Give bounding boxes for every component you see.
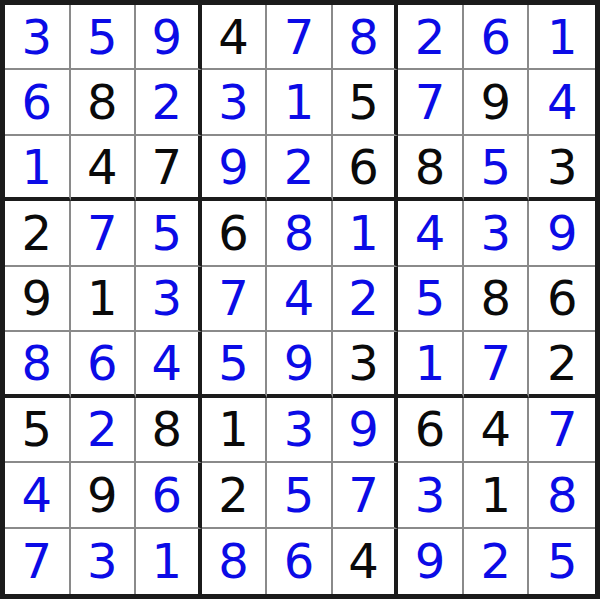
cell-digit: 9 <box>152 13 183 61</box>
cell-r7c7[interactable]: 6 <box>398 398 464 463</box>
cell-digit: 3 <box>284 405 315 453</box>
cell-r1c6[interactable]: 8 <box>333 5 399 70</box>
cell-r1c2[interactable]: 5 <box>71 5 137 70</box>
cell-digit: 1 <box>284 78 315 126</box>
cell-digit: 7 <box>284 13 315 61</box>
cell-r9c8[interactable]: 2 <box>464 529 530 594</box>
cell-digit: 6 <box>284 537 315 585</box>
cell-digit: 8 <box>22 339 53 387</box>
cell-r5c1[interactable]: 9 <box>5 267 71 332</box>
cell-digit: 4 <box>87 143 118 191</box>
cell-digit: 4 <box>415 209 446 257</box>
cell-r6c6[interactable]: 3 <box>333 332 399 397</box>
cell-r9c7[interactable]: 9 <box>398 529 464 594</box>
cell-r4c3[interactable]: 5 <box>136 201 202 266</box>
cell-r8c5[interactable]: 5 <box>267 463 333 528</box>
cell-digit: 9 <box>87 471 118 519</box>
cell-digit: 7 <box>22 537 53 585</box>
cell-r2c2[interactable]: 8 <box>71 70 137 135</box>
cell-digit: 6 <box>480 13 511 61</box>
cell-r1c1[interactable]: 3 <box>5 5 71 70</box>
cell-r3c3[interactable]: 7 <box>136 136 202 201</box>
cell-digit: 4 <box>218 13 249 61</box>
cell-digit: 7 <box>348 471 379 519</box>
cell-digit: 9 <box>547 209 578 257</box>
cell-r7c4[interactable]: 1 <box>202 398 268 463</box>
cell-digit: 8 <box>415 143 446 191</box>
cell-digit: 5 <box>480 143 511 191</box>
cell-r7c1[interactable]: 5 <box>5 398 71 463</box>
cell-digit: 2 <box>547 339 578 387</box>
cell-digit: 4 <box>480 405 511 453</box>
cell-digit: 4 <box>348 537 379 585</box>
cell-digit: 8 <box>480 274 511 322</box>
cell-r7c2[interactable]: 2 <box>71 398 137 463</box>
cell-r6c4[interactable]: 5 <box>202 332 268 397</box>
cell-r5c7[interactable]: 5 <box>398 267 464 332</box>
cell-digit: 7 <box>547 405 578 453</box>
cell-r2c6[interactable]: 5 <box>333 70 399 135</box>
cell-r7c3[interactable]: 8 <box>136 398 202 463</box>
cell-digit: 3 <box>415 471 446 519</box>
cell-r5c8[interactable]: 8 <box>464 267 530 332</box>
cell-digit: 1 <box>218 405 249 453</box>
cell-digit: 6 <box>22 78 53 126</box>
cell-digit: 1 <box>87 274 118 322</box>
cell-r3c9[interactable]: 3 <box>529 136 595 201</box>
cell-digit: 4 <box>152 339 183 387</box>
cell-digit: 7 <box>218 274 249 322</box>
cell-digit: 7 <box>152 143 183 191</box>
cell-r9c6[interactable]: 4 <box>333 529 399 594</box>
cell-digit: 3 <box>348 339 379 387</box>
cell-r8c2[interactable]: 9 <box>71 463 137 528</box>
cell-r2c5[interactable]: 1 <box>267 70 333 135</box>
cell-r6c1[interactable]: 8 <box>5 332 71 397</box>
cell-digit: 9 <box>218 143 249 191</box>
cell-digit: 7 <box>87 209 118 257</box>
cell-r5c5[interactable]: 4 <box>267 267 333 332</box>
cell-digit: 2 <box>480 537 511 585</box>
cell-r4c8[interactable]: 3 <box>464 201 530 266</box>
cell-digit: 5 <box>284 471 315 519</box>
cell-r2c7[interactable]: 7 <box>398 70 464 135</box>
cell-digit: 6 <box>547 274 578 322</box>
cell-r1c9[interactable]: 1 <box>529 5 595 70</box>
cell-r6c8[interactable]: 7 <box>464 332 530 397</box>
cell-r6c7[interactable]: 1 <box>398 332 464 397</box>
cell-digit: 2 <box>284 143 315 191</box>
cell-r9c9[interactable]: 5 <box>529 529 595 594</box>
cell-r6c9[interactable]: 2 <box>529 332 595 397</box>
cell-r1c5[interactable]: 7 <box>267 5 333 70</box>
cell-digit: 1 <box>348 209 379 257</box>
cell-r6c5[interactable]: 9 <box>267 332 333 397</box>
cell-digit: 6 <box>87 339 118 387</box>
cell-digit: 8 <box>87 78 118 126</box>
cell-r7c6[interactable]: 9 <box>333 398 399 463</box>
cell-r7c8[interactable]: 4 <box>464 398 530 463</box>
cell-r1c4[interactable]: 4 <box>202 5 268 70</box>
cell-r4c7[interactable]: 4 <box>398 201 464 266</box>
cell-digit: 1 <box>152 537 183 585</box>
cell-digit: 2 <box>415 13 446 61</box>
cell-r8c6[interactable]: 7 <box>333 463 399 528</box>
cell-digit: 3 <box>152 274 183 322</box>
cell-r8c3[interactable]: 6 <box>136 463 202 528</box>
cell-r1c8[interactable]: 6 <box>464 5 530 70</box>
sudoku-board: 3594782616823157941479268532756814399137… <box>0 0 600 599</box>
cell-r4c2[interactable]: 7 <box>71 201 137 266</box>
cell-r4c6[interactable]: 1 <box>333 201 399 266</box>
cell-digit: 5 <box>87 13 118 61</box>
cell-r8c1[interactable]: 4 <box>5 463 71 528</box>
cell-r2c9[interactable]: 4 <box>529 70 595 135</box>
cell-r3c8[interactable]: 5 <box>464 136 530 201</box>
cell-digit: 6 <box>348 143 379 191</box>
cell-r9c3[interactable]: 1 <box>136 529 202 594</box>
cell-digit: 2 <box>152 78 183 126</box>
cell-r1c3[interactable]: 9 <box>136 5 202 70</box>
cell-r3c2[interactable]: 4 <box>71 136 137 201</box>
cell-digit: 8 <box>348 13 379 61</box>
cell-r2c1[interactable]: 6 <box>5 70 71 135</box>
cell-digit: 2 <box>218 471 249 519</box>
cell-digit: 6 <box>152 471 183 519</box>
cell-r5c9[interactable]: 6 <box>529 267 595 332</box>
cell-digit: 1 <box>22 143 53 191</box>
cell-digit: 8 <box>284 209 315 257</box>
cell-digit: 9 <box>415 537 446 585</box>
cell-digit: 5 <box>152 209 183 257</box>
cell-r5c4[interactable]: 7 <box>202 267 268 332</box>
cell-digit: 6 <box>415 405 446 453</box>
cell-r8c4[interactable]: 2 <box>202 463 268 528</box>
cell-r3c7[interactable]: 8 <box>398 136 464 201</box>
cell-digit: 5 <box>348 78 379 126</box>
cell-r6c3[interactable]: 4 <box>136 332 202 397</box>
cell-digit: 5 <box>218 339 249 387</box>
cell-r9c2[interactable]: 3 <box>71 529 137 594</box>
cell-digit: 2 <box>22 209 53 257</box>
cell-digit: 7 <box>415 78 446 126</box>
cell-digit: 1 <box>480 471 511 519</box>
cell-digit: 8 <box>547 471 578 519</box>
cell-r8c9[interactable]: 8 <box>529 463 595 528</box>
cell-digit: 1 <box>415 339 446 387</box>
cell-r7c9[interactable]: 7 <box>529 398 595 463</box>
cell-r2c4[interactable]: 3 <box>202 70 268 135</box>
cell-r4c9[interactable]: 9 <box>529 201 595 266</box>
cell-digit: 9 <box>284 339 315 387</box>
cell-digit: 9 <box>348 405 379 453</box>
cell-digit: 4 <box>22 471 53 519</box>
cell-digit: 5 <box>415 274 446 322</box>
cell-digit: 2 <box>348 274 379 322</box>
cell-r5c6[interactable]: 2 <box>333 267 399 332</box>
cell-digit: 9 <box>22 274 53 322</box>
cell-digit: 3 <box>547 143 578 191</box>
cell-r8c8[interactable]: 1 <box>464 463 530 528</box>
cell-digit: 5 <box>22 405 53 453</box>
cell-r4c1[interactable]: 2 <box>5 201 71 266</box>
cell-r3c1[interactable]: 1 <box>5 136 71 201</box>
cell-r2c8[interactable]: 9 <box>464 70 530 135</box>
cell-digit: 8 <box>218 537 249 585</box>
cell-r5c2[interactable]: 1 <box>71 267 137 332</box>
cell-r8c7[interactable]: 3 <box>398 463 464 528</box>
cell-digit: 4 <box>284 274 315 322</box>
cell-r9c1[interactable]: 7 <box>5 529 71 594</box>
cell-r3c4[interactable]: 9 <box>202 136 268 201</box>
cell-digit: 3 <box>87 537 118 585</box>
cell-r3c6[interactable]: 6 <box>333 136 399 201</box>
cell-digit: 1 <box>547 13 578 61</box>
cell-r6c2[interactable]: 6 <box>71 332 137 397</box>
cell-r4c4[interactable]: 6 <box>202 201 268 266</box>
cell-r5c3[interactable]: 3 <box>136 267 202 332</box>
cell-digit: 4 <box>547 78 578 126</box>
cell-digit: 3 <box>480 209 511 257</box>
cell-digit: 5 <box>547 537 578 585</box>
cell-r9c5[interactable]: 6 <box>267 529 333 594</box>
cell-digit: 7 <box>480 339 511 387</box>
cell-digit: 9 <box>480 78 511 126</box>
cell-r4c5[interactable]: 8 <box>267 201 333 266</box>
cell-digit: 6 <box>218 209 249 257</box>
cell-r9c4[interactable]: 8 <box>202 529 268 594</box>
cell-r3c5[interactable]: 2 <box>267 136 333 201</box>
cell-digit: 3 <box>218 78 249 126</box>
cell-r1c7[interactable]: 2 <box>398 5 464 70</box>
cell-digit: 8 <box>152 405 183 453</box>
cell-r7c5[interactable]: 3 <box>267 398 333 463</box>
cell-digit: 2 <box>87 405 118 453</box>
cell-digit: 3 <box>22 13 53 61</box>
cell-r2c3[interactable]: 2 <box>136 70 202 135</box>
